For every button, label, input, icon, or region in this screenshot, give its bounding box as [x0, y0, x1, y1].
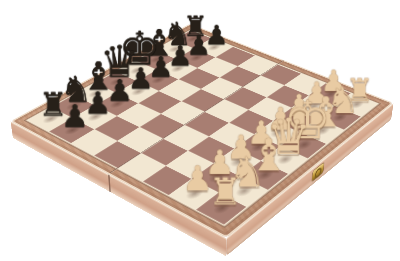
board-grid: ♜♞♝♛♚♝♞♜♟♟♟♟♟♟♟♟♟♟♟♟♟♟♟♟♜♞♝♛♚♝♞♜: [28, 30, 377, 224]
piece-glyph: ♟: [36, 101, 114, 132]
square-e5: [182, 89, 225, 112]
chessboard: ♜♞♝♛♚♝♞♜♟♟♟♟♟♟♟♟♟♟♟♟♟♟♟♟♜♞♝♛♚♝♞♜: [10, 24, 393, 238]
board-frame: ♜♞♝♛♚♝♞♜♟♟♟♟♟♟♟♟♟♟♟♟♟♟♟♟♜♞♝♛♚♝♞♜: [10, 24, 393, 238]
product-photo: ♜♞♝♛♚♝♞♜♟♟♟♟♟♟♟♟♟♟♟♟♟♟♟♟♜♞♝♛♚♝♞♜: [0, 0, 400, 261]
piece-black-pawn: ♟: [49, 118, 95, 143]
piece-glyph: ♜: [182, 173, 270, 210]
fold-seam-side: [108, 174, 111, 192]
piece-white-rook: ♜: [196, 193, 247, 225]
